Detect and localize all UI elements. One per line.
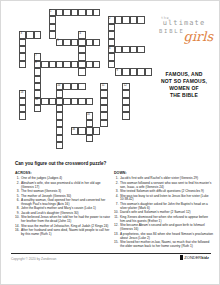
down-clue-list: DOWN: 1.Jacob's first wife and Rachel's … <box>114 172 214 249</box>
crossword-cell <box>137 68 144 75</box>
crossword-cell <box>86 127 93 134</box>
crossword-cell: 7 <box>34 53 41 60</box>
crossword-cell: 9 <box>115 68 122 75</box>
crossword-cell <box>93 61 100 68</box>
clue-number: 9 <box>116 69 117 72</box>
crossword-cell <box>56 9 63 16</box>
crossword-cell <box>71 9 78 16</box>
crossword-cell: 11 <box>100 83 107 90</box>
crossword-cell <box>78 127 85 134</box>
subtitle-line: WOMEN OF <box>153 85 215 92</box>
crossword-cell <box>19 105 26 112</box>
crossword-cell <box>63 83 70 90</box>
clue-number: 10 <box>57 84 60 87</box>
clue-number: 11 <box>102 84 105 87</box>
crossword-cell <box>34 105 41 112</box>
clue-item-text: She loved her mother-in-law, Naomi, so m… <box>120 241 214 249</box>
crossword-cell: 3 <box>19 31 26 38</box>
down-clues-container: 1.Jacob's first wife and Rachel's older … <box>114 177 214 249</box>
crossword-cell <box>49 16 56 23</box>
footer-divider <box>11 253 211 254</box>
crossword-cell <box>56 142 63 149</box>
crossword-cell <box>86 61 93 68</box>
crossword-cell: 4 <box>78 31 85 38</box>
crossword-cell <box>19 112 26 119</box>
crossword-cell: 6 <box>108 46 115 53</box>
crossword-cell <box>49 98 56 105</box>
crossword-cell <box>56 127 63 134</box>
subtitle-line: NOT SO FAMOUS, <box>153 78 215 85</box>
crossword-cell <box>86 135 93 142</box>
crossword-cell <box>41 61 48 68</box>
clue-item: 12.She became Abram's second wife and ga… <box>114 224 214 232</box>
crossword-cell <box>78 9 85 16</box>
crossword-cell <box>93 9 100 16</box>
crossword-cell <box>108 53 115 60</box>
crossword-cell <box>41 98 48 105</box>
crossword-cell <box>122 90 129 97</box>
crossword-cell <box>122 16 129 23</box>
crossword-cell <box>130 16 137 23</box>
crossword-cell <box>56 105 63 112</box>
logo-bible-girls-row: BIBLEgirls <box>159 28 215 46</box>
crossword-cell <box>108 39 115 46</box>
crossword-cell <box>78 46 85 53</box>
crossword-cell <box>34 31 41 38</box>
crossword-cell <box>93 127 100 134</box>
crossword-cell <box>78 39 85 46</box>
crossword-cell <box>56 120 63 127</box>
crossword-cell <box>108 31 115 38</box>
crossword-cell <box>78 98 85 105</box>
clue-number: 13 <box>20 91 23 94</box>
crossword-cell <box>19 98 26 105</box>
crossword-cell <box>56 98 63 105</box>
crossword-cell <box>19 39 26 46</box>
clue-number: 7 <box>35 54 36 57</box>
crossword-cell <box>56 135 63 142</box>
clue-number: 12 <box>124 84 127 87</box>
crossword-cell: 15 <box>86 112 93 119</box>
crossword-cell <box>49 61 56 68</box>
crossword-cell <box>71 39 78 46</box>
crossword-cell <box>122 46 129 53</box>
crossword-cell: 16 <box>71 127 78 134</box>
crossword-cell <box>137 16 144 23</box>
copyright-text: Copyright © 2020 by Zondervan <box>11 257 56 261</box>
crossword-cell <box>34 76 41 83</box>
clue-item: 15.She loved her mother-in-law, Naomi, s… <box>114 241 214 249</box>
zonderkidz-flag-icon <box>180 255 184 260</box>
clue-item: 16.After her husband and sons died, Naom… <box>15 229 110 237</box>
clue-item-text: She became Abram's second wife and gave … <box>120 224 214 232</box>
crossword-cell <box>78 68 85 75</box>
crossword-cell <box>56 90 63 97</box>
crossword-cell <box>63 61 70 68</box>
worksheet-page: 12345678910111213141516 the ultimate BIB… <box>0 0 220 285</box>
crossword-cell: 1 <box>49 9 56 16</box>
crossword-cell <box>115 16 122 23</box>
crossword-cell <box>49 24 56 31</box>
clue-number: 16 <box>72 128 75 131</box>
crossword-cell <box>93 39 100 46</box>
crossword-cell <box>100 90 107 97</box>
crossword-cell: 8 <box>34 61 41 68</box>
crossword-cell <box>78 53 85 60</box>
logo-word-bible: BIBLE <box>159 28 185 34</box>
crossword-cell <box>71 83 78 90</box>
clue-number: 15 <box>87 113 90 116</box>
crossword-cell <box>71 98 78 105</box>
crossword-cell: 13 <box>19 90 26 97</box>
crossword-cell <box>130 68 137 75</box>
crossword-cell <box>78 61 85 68</box>
crossword-cell: 10 <box>56 83 63 90</box>
crossword-cell <box>137 46 144 53</box>
crossword-cell <box>108 24 115 31</box>
crossword-cell <box>100 120 107 127</box>
clue-number: 6 <box>109 47 110 50</box>
logo-word-girls: girls <box>184 29 214 44</box>
publisher-logo: ZONDERkidz <box>180 255 209 260</box>
subtitle-line: THE BIBLE <box>153 92 215 99</box>
puzzle-subtitle: FAMOUS, AND NOT SO FAMOUS, WOMEN OF THE … <box>153 71 215 99</box>
crossword-cell <box>56 112 63 119</box>
crossword-cell <box>56 61 63 68</box>
ultimate-bible-girls-logo: the ultimate BIBLEgirls <box>153 16 215 46</box>
crossword-cell <box>19 46 26 53</box>
clue-number: 14 <box>35 98 38 101</box>
crossword-cell <box>34 68 41 75</box>
across-clue-list: ACROSS: 1.One of the judges (Judges 4)2.… <box>15 172 110 238</box>
brand-kidz: kidz <box>201 255 209 260</box>
crossword-cell <box>86 120 93 127</box>
across-clues-container: 1.One of the judges (Judges 4)2.Abraham'… <box>15 177 110 237</box>
crossword-cell <box>63 9 70 16</box>
crossword-cell <box>100 98 107 105</box>
crossword-cell <box>122 68 129 75</box>
crossword-cell: 5 <box>56 39 63 46</box>
crossword-cell <box>86 39 93 46</box>
crossword-cell: 14 <box>34 98 41 105</box>
crossword-cell <box>122 98 129 105</box>
subtitle-line: FAMOUS, AND <box>153 71 215 78</box>
crossword-cell <box>63 39 70 46</box>
crossword-cell <box>19 53 26 60</box>
crossword-cell: 12 <box>122 83 129 90</box>
crossword-grid: 12345678910111213141516 <box>19 9 152 149</box>
crossword-cell <box>122 112 129 119</box>
crossword-cell <box>100 105 107 112</box>
crossword-cell <box>145 68 152 75</box>
clue-number: 8 <box>35 61 36 64</box>
crossword-cell <box>71 61 78 68</box>
brand-zonder: ZONDER <box>184 255 201 260</box>
clue-number: 1 <box>50 10 51 13</box>
logo-word-ultimate: ultimate <box>153 20 215 27</box>
crossword-cell <box>34 83 41 90</box>
crossword-cell <box>26 31 33 38</box>
crossword-cell <box>122 105 129 112</box>
crossword-cell <box>115 46 122 53</box>
crossword-cell <box>34 90 41 97</box>
crossword-cell <box>63 98 70 105</box>
crossword-cell <box>86 9 93 16</box>
clue-number: 2 <box>109 17 110 20</box>
clue-number: 5 <box>57 39 58 42</box>
crossword-cell <box>78 83 85 90</box>
crossword-cell <box>19 61 26 68</box>
crossword-cell <box>86 98 93 105</box>
puzzle-question: Can you figure out the crossword puzzle? <box>15 161 106 166</box>
clue-number: 4 <box>80 32 81 35</box>
crossword-cell <box>108 61 115 68</box>
crossword-cell <box>130 46 137 53</box>
crossword-cell: 2 <box>108 16 115 23</box>
crossword-cell <box>100 112 107 119</box>
crossword-cell <box>49 31 56 38</box>
clue-number: 3 <box>20 32 21 35</box>
clue-item-text: After her husband and sons died, Naomi t… <box>21 229 110 237</box>
